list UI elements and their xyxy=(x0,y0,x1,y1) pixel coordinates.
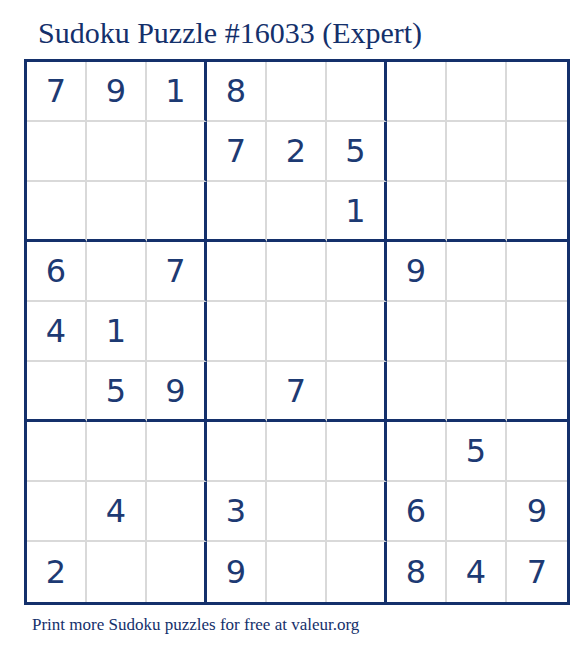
cell-r9c4: 9 xyxy=(207,542,267,602)
cell-r9c1: 2 xyxy=(27,542,87,602)
cell-r8c6 xyxy=(327,482,387,542)
cell-r6c3: 9 xyxy=(147,362,207,422)
cell-r7c4 xyxy=(207,422,267,482)
cell-r9c3 xyxy=(147,542,207,602)
cell-r6c2: 5 xyxy=(87,362,147,422)
cell-r5c8 xyxy=(447,302,507,362)
cell-r9c9: 7 xyxy=(507,542,567,602)
cell-r6c7 xyxy=(387,362,447,422)
cell-r1c7 xyxy=(387,62,447,122)
cell-r7c6 xyxy=(327,422,387,482)
cell-r4c7: 9 xyxy=(387,242,447,302)
cell-r8c7: 6 xyxy=(387,482,447,542)
cell-r4c5 xyxy=(267,242,327,302)
cell-r1c4: 8 xyxy=(207,62,267,122)
cell-r5c3 xyxy=(147,302,207,362)
cell-r7c8: 5 xyxy=(447,422,507,482)
cell-r7c1 xyxy=(27,422,87,482)
cell-r6c9 xyxy=(507,362,567,422)
cell-r6c6 xyxy=(327,362,387,422)
cell-r7c7 xyxy=(387,422,447,482)
cell-r5c1: 4 xyxy=(27,302,87,362)
cell-r8c2: 4 xyxy=(87,482,147,542)
cell-r1c5 xyxy=(267,62,327,122)
cell-r8c9: 9 xyxy=(507,482,567,542)
cell-r1c8 xyxy=(447,62,507,122)
cell-r1c9 xyxy=(507,62,567,122)
cell-r9c5 xyxy=(267,542,327,602)
cell-r8c8 xyxy=(447,482,507,542)
cell-r1c2: 9 xyxy=(87,62,147,122)
cell-r8c3 xyxy=(147,482,207,542)
cell-r6c1 xyxy=(27,362,87,422)
cell-r4c1: 6 xyxy=(27,242,87,302)
sudoku-board: 79187251679415975436929847 xyxy=(24,59,570,605)
cell-r2c9 xyxy=(507,122,567,182)
cell-r2c4: 7 xyxy=(207,122,267,182)
cell-r4c2 xyxy=(87,242,147,302)
cell-r2c8 xyxy=(447,122,507,182)
cell-r9c6 xyxy=(327,542,387,602)
footer-text: Print more Sudoku puzzles for free at va… xyxy=(32,615,359,635)
cell-r7c5 xyxy=(267,422,327,482)
cell-r3c1 xyxy=(27,182,87,242)
cell-r3c9 xyxy=(507,182,567,242)
cell-r7c9 xyxy=(507,422,567,482)
cell-r4c8 xyxy=(447,242,507,302)
cell-r3c4 xyxy=(207,182,267,242)
cell-r3c8 xyxy=(447,182,507,242)
cell-r7c2 xyxy=(87,422,147,482)
cell-r4c6 xyxy=(327,242,387,302)
cell-r3c7 xyxy=(387,182,447,242)
cell-r8c4: 3 xyxy=(207,482,267,542)
page-title: Sudoku Puzzle #16033 (Expert) xyxy=(38,16,422,50)
cell-r9c7: 8 xyxy=(387,542,447,602)
cell-r4c3: 7 xyxy=(147,242,207,302)
cell-r4c9 xyxy=(507,242,567,302)
cell-r2c7 xyxy=(387,122,447,182)
cell-r5c2: 1 xyxy=(87,302,147,362)
cell-r9c2 xyxy=(87,542,147,602)
cell-r1c6 xyxy=(327,62,387,122)
cell-r6c5: 7 xyxy=(267,362,327,422)
cell-r3c6: 1 xyxy=(327,182,387,242)
cell-r4c4 xyxy=(207,242,267,302)
cell-r2c2 xyxy=(87,122,147,182)
cell-r3c3 xyxy=(147,182,207,242)
cell-r5c7 xyxy=(387,302,447,362)
cell-r2c1 xyxy=(27,122,87,182)
cell-r6c8 xyxy=(447,362,507,422)
sudoku-page: Sudoku Puzzle #16033 (Expert) 7918725167… xyxy=(0,0,580,651)
cell-r2c3 xyxy=(147,122,207,182)
cell-r5c6 xyxy=(327,302,387,362)
cell-r2c5: 2 xyxy=(267,122,327,182)
cell-r5c4 xyxy=(207,302,267,362)
cell-r8c1 xyxy=(27,482,87,542)
cell-r1c3: 1 xyxy=(147,62,207,122)
cell-r2c6: 5 xyxy=(327,122,387,182)
cell-r9c8: 4 xyxy=(447,542,507,602)
cell-r8c5 xyxy=(267,482,327,542)
cell-r3c5 xyxy=(267,182,327,242)
cell-r7c3 xyxy=(147,422,207,482)
cell-r1c1: 7 xyxy=(27,62,87,122)
cell-r3c2 xyxy=(87,182,147,242)
cell-r6c4 xyxy=(207,362,267,422)
cell-r5c9 xyxy=(507,302,567,362)
cell-r5c5 xyxy=(267,302,327,362)
